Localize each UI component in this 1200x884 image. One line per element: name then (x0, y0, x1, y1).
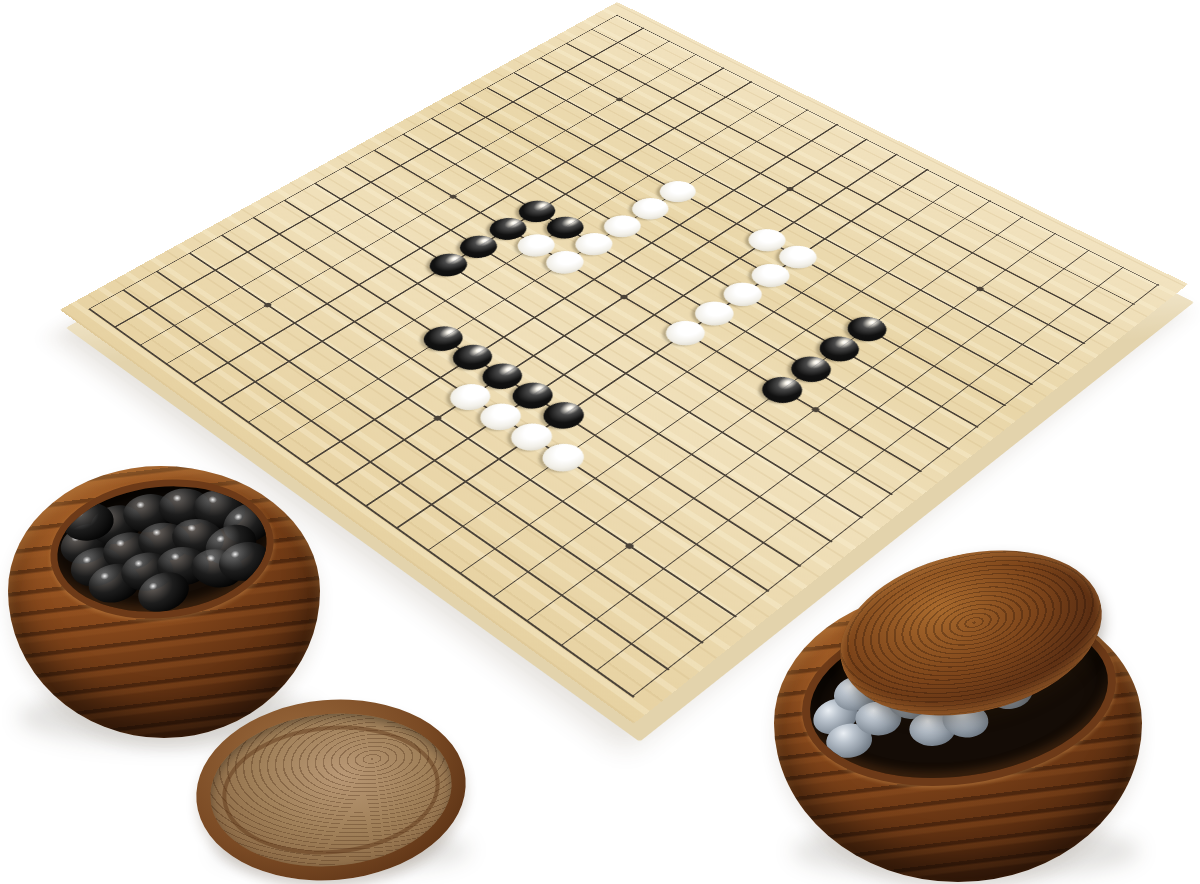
star-point (785, 186, 794, 191)
star-point (615, 97, 624, 102)
go-set-scene (0, 0, 1200, 884)
star-point (975, 286, 985, 292)
black-stone-bowl (8, 466, 320, 738)
star-point (624, 542, 635, 550)
star-point (263, 302, 273, 308)
star-point (432, 414, 443, 421)
star-point (810, 406, 821, 413)
star-point (619, 294, 629, 300)
white-stone-bowl (774, 588, 1142, 882)
star-point (449, 194, 458, 199)
